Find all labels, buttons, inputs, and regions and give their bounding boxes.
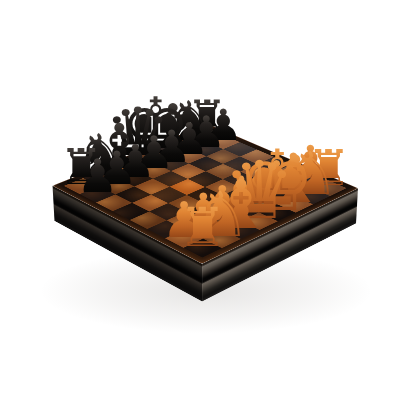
square-b5 bbox=[132, 195, 168, 212]
square-c3 bbox=[186, 203, 223, 220]
square-e1 bbox=[259, 204, 296, 221]
square-d3 bbox=[204, 195, 240, 212]
square-c5 bbox=[151, 187, 187, 203]
square-d1 bbox=[241, 212, 278, 230]
square-c2 bbox=[204, 212, 241, 230]
square-a6 bbox=[96, 194, 132, 211]
square-c4 bbox=[168, 195, 204, 212]
square-a4 bbox=[130, 211, 167, 229]
square-b3 bbox=[167, 212, 204, 230]
square-d2 bbox=[222, 204, 259, 221]
square-b4 bbox=[149, 203, 186, 220]
square-f2 bbox=[258, 188, 294, 204]
chess-set-photo: ♜♜♞♞♝♝♛♛♚♚♝♝♞♞♜♜♟♟♟♟♟♟♟♟♟♟♟♟♟♟♟♟♟♟♟♟♟♟♟♟… bbox=[0, 0, 400, 400]
square-a1 bbox=[183, 239, 221, 258]
square-a3 bbox=[147, 220, 184, 238]
square-f1 bbox=[277, 196, 313, 213]
square-e2 bbox=[241, 196, 277, 213]
chess-box bbox=[53, 124, 358, 264]
square-d4 bbox=[187, 187, 223, 203]
perspective-wrapper bbox=[0, 0, 400, 400]
square-a5 bbox=[113, 203, 150, 220]
square-e3 bbox=[223, 187, 259, 203]
square-g1 bbox=[294, 188, 330, 204]
square-a2 bbox=[165, 229, 203, 247]
square-b6 bbox=[115, 186, 151, 202]
square-c1 bbox=[222, 221, 259, 239]
square-a7 bbox=[80, 186, 116, 202]
square-b2 bbox=[185, 221, 222, 239]
square-b1 bbox=[203, 230, 241, 248]
